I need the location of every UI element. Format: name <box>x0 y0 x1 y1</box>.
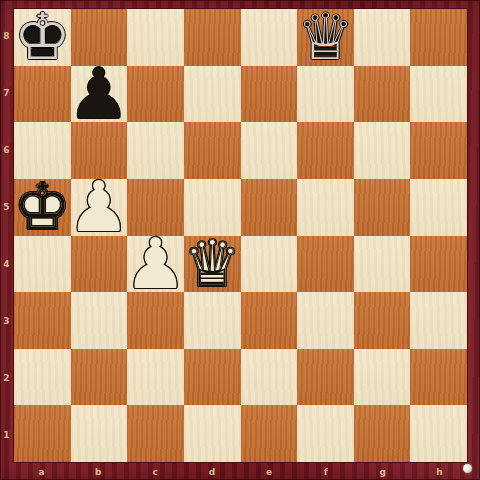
square-a3[interactable] <box>14 292 71 349</box>
square-h3[interactable] <box>410 292 467 349</box>
rank-label-2: 2 <box>0 349 13 406</box>
square-g3[interactable] <box>354 292 411 349</box>
square-g2[interactable] <box>354 349 411 406</box>
square-f5[interactable] <box>297 179 354 236</box>
square-d7[interactable] <box>184 66 241 123</box>
square-b7[interactable]: ♟ <box>71 66 128 123</box>
white-to-move-indicator <box>463 464 472 473</box>
black-queen-outline-glyph: ♕ <box>297 9 354 66</box>
square-e2[interactable] <box>241 349 298 406</box>
square-a4[interactable] <box>14 236 71 293</box>
square-c1[interactable] <box>127 405 184 462</box>
square-h6[interactable] <box>410 122 467 179</box>
square-e6[interactable] <box>241 122 298 179</box>
file-label-f: f <box>297 463 354 480</box>
square-b4[interactable] <box>71 236 128 293</box>
play-area: ♚♔♛♕♟♚♔♟♟♛♕ <box>13 8 468 463</box>
square-f4[interactable] <box>297 236 354 293</box>
square-f7[interactable] <box>297 66 354 123</box>
rank-label-5: 5 <box>0 179 13 236</box>
piece-white-pawn-b5[interactable]: ♟ <box>71 179 128 236</box>
square-d6[interactable] <box>184 122 241 179</box>
file-label-e: e <box>241 463 298 480</box>
square-g7[interactable] <box>354 66 411 123</box>
file-label-a: a <box>13 463 70 480</box>
square-h7[interactable] <box>410 66 467 123</box>
square-g1[interactable] <box>354 405 411 462</box>
square-b5[interactable]: ♟ <box>71 179 128 236</box>
square-e7[interactable] <box>241 66 298 123</box>
rank-label-3: 3 <box>0 292 13 349</box>
square-f1[interactable] <box>297 405 354 462</box>
square-c3[interactable] <box>127 292 184 349</box>
square-d2[interactable] <box>184 349 241 406</box>
file-labels: abcdefgh <box>13 463 468 480</box>
square-h8[interactable] <box>410 9 467 66</box>
rank-labels: 87654321 <box>0 8 13 463</box>
piece-white-pawn-c4[interactable]: ♟ <box>127 236 184 293</box>
square-e5[interactable] <box>241 179 298 236</box>
square-d4[interactable]: ♛♕ <box>184 236 241 293</box>
square-h1[interactable] <box>410 405 467 462</box>
square-f6[interactable] <box>297 122 354 179</box>
square-e4[interactable] <box>241 236 298 293</box>
square-a1[interactable] <box>14 405 71 462</box>
black-pawn-glyph: ♟ <box>71 66 128 123</box>
file-label-g: g <box>354 463 411 480</box>
square-a2[interactable] <box>14 349 71 406</box>
square-c6[interactable] <box>127 122 184 179</box>
piece-black-pawn-b7[interactable]: ♟ <box>71 66 128 123</box>
rank-label-7: 7 <box>0 65 13 122</box>
square-b1[interactable] <box>71 405 128 462</box>
square-c4[interactable]: ♟ <box>127 236 184 293</box>
square-c8[interactable] <box>127 9 184 66</box>
file-label-d: d <box>184 463 241 480</box>
square-h2[interactable] <box>410 349 467 406</box>
piece-black-queen-f8[interactable]: ♛♕ <box>297 9 354 66</box>
square-d8[interactable] <box>184 9 241 66</box>
square-e8[interactable] <box>241 9 298 66</box>
file-label-c: c <box>127 463 184 480</box>
rank-label-4: 4 <box>0 236 13 293</box>
rank-label-8: 8 <box>0 8 13 65</box>
square-d1[interactable] <box>184 405 241 462</box>
square-e1[interactable] <box>241 405 298 462</box>
square-c2[interactable] <box>127 349 184 406</box>
rank-label-1: 1 <box>0 406 13 463</box>
square-d3[interactable] <box>184 292 241 349</box>
rank-label-6: 6 <box>0 122 13 179</box>
white-pawn-glyph: ♟ <box>127 236 184 293</box>
square-h4[interactable] <box>410 236 467 293</box>
square-b2[interactable] <box>71 349 128 406</box>
piece-black-king-a8[interactable]: ♚♔ <box>14 9 71 66</box>
square-f3[interactable] <box>297 292 354 349</box>
square-a7[interactable] <box>14 66 71 123</box>
square-g8[interactable] <box>354 9 411 66</box>
square-g4[interactable] <box>354 236 411 293</box>
square-g5[interactable] <box>354 179 411 236</box>
square-a8[interactable]: ♚♔ <box>14 9 71 66</box>
file-label-h: h <box>411 463 468 480</box>
square-g6[interactable] <box>354 122 411 179</box>
white-queen-outline-glyph: ♕ <box>184 236 241 293</box>
white-pawn-glyph: ♟ <box>71 179 128 236</box>
square-c7[interactable] <box>127 66 184 123</box>
square-e3[interactable] <box>241 292 298 349</box>
white-king-outline-glyph: ♔ <box>14 179 71 236</box>
piece-white-king-a5[interactable]: ♚♔ <box>14 179 71 236</box>
square-h5[interactable] <box>410 179 467 236</box>
square-b3[interactable] <box>71 292 128 349</box>
chess-diagram: 87654321 abcdefgh ♚♔♛♕♟♚♔♟♟♛♕ <box>0 0 480 480</box>
black-king-outline-glyph: ♔ <box>14 9 71 66</box>
piece-white-queen-d4[interactable]: ♛♕ <box>184 236 241 293</box>
square-f8[interactable]: ♛♕ <box>297 9 354 66</box>
file-label-b: b <box>70 463 127 480</box>
square-f2[interactable] <box>297 349 354 406</box>
square-a5[interactable]: ♚♔ <box>14 179 71 236</box>
